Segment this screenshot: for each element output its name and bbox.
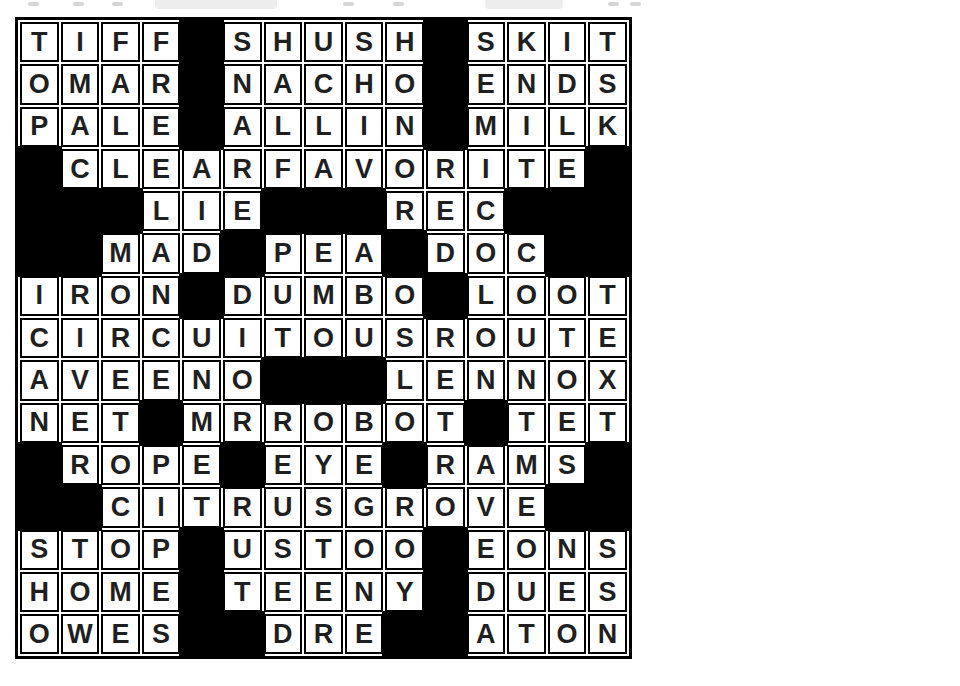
letter-cell-r11c8[interactable]: G (345, 487, 384, 527)
letter-cell-r13c7[interactable]: E (304, 572, 343, 612)
letter-cell-r12c3[interactable]: P (142, 530, 181, 570)
letter-cell-r13c1[interactable]: O (61, 572, 100, 612)
letter-cell-r1c3[interactable]: R (142, 64, 181, 104)
letter-cell-r11c5[interactable]: R (223, 487, 262, 527)
letter-cell-r6c0[interactable]: I (20, 276, 59, 316)
black-cell-r4c7 (304, 191, 343, 231)
black-cell-r5c0 (20, 233, 59, 273)
letter-cell-r6c9[interactable]: O (385, 276, 424, 316)
letter-cell-r6c1[interactable]: R (61, 276, 100, 316)
letter-cell-r12c14[interactable]: S (588, 530, 627, 570)
black-cell-r3c14 (588, 149, 627, 189)
letter-cell-r2c12[interactable]: I (507, 107, 546, 147)
letter-cell-r13c9[interactable]: Y (385, 572, 424, 612)
letter-cell-r12c1[interactable]: T (61, 530, 100, 570)
letter-cell-r7c12[interactable]: U (507, 318, 546, 358)
letter-cell-r12c6[interactable]: S (264, 530, 303, 570)
cropped-ui-artifact (28, 2, 39, 6)
letter-cell-r7c9[interactable]: S (385, 318, 424, 358)
letter-cell-r10c10[interactable]: R (426, 445, 465, 485)
letter-cell-r5c4[interactable]: D (182, 233, 221, 273)
letter-cell-r8c3[interactable]: E (142, 360, 181, 400)
letter-cell-r6c3[interactable]: N (142, 276, 181, 316)
black-cell-r13c10 (426, 572, 465, 612)
black-cell-r4c8 (345, 191, 384, 231)
letter-cell-r9c4[interactable]: M (182, 403, 221, 443)
letter-cell-r11c10[interactable]: O (426, 487, 465, 527)
letter-cell-r6c2[interactable]: O (101, 276, 140, 316)
black-cell-r8c8 (345, 360, 384, 400)
letter-cell-r9c9[interactable]: O (385, 403, 424, 443)
letter-cell-r7c4[interactable]: U (182, 318, 221, 358)
black-cell-r0c4 (182, 22, 221, 62)
cropped-top-content (0, 0, 960, 12)
letter-cell-r2c0[interactable]: P (20, 107, 59, 147)
cropped-ui-artifact (73, 2, 84, 6)
letter-cell-r4c9[interactable]: R (385, 191, 424, 231)
letter-cell-r6c6[interactable]: U (264, 276, 303, 316)
letter-cell-r3c3[interactable]: E (142, 149, 181, 189)
letter-cell-r14c11[interactable]: A (467, 614, 506, 654)
letter-cell-r8c13[interactable]: O (548, 360, 587, 400)
letter-cell-r10c1[interactable]: R (61, 445, 100, 485)
letter-cell-r6c5[interactable]: D (223, 276, 262, 316)
letter-cell-r9c5[interactable]: R (223, 403, 262, 443)
black-cell-r11c13 (548, 487, 587, 527)
letter-cell-r7c14[interactable]: E (588, 318, 627, 358)
letter-cell-r12c8[interactable]: O (345, 530, 384, 570)
letter-cell-r6c14[interactable]: T (588, 276, 627, 316)
black-cell-r10c9 (385, 445, 424, 485)
cropped-ui-artifact (608, 2, 619, 6)
letter-cell-r2c8[interactable]: I (345, 107, 384, 147)
black-cell-r5c9 (385, 233, 424, 273)
letter-cell-r0c11[interactable]: S (467, 22, 506, 62)
black-cell-r1c10 (426, 64, 465, 104)
letter-cell-r2c3[interactable]: E (142, 107, 181, 147)
black-cell-r2c10 (426, 107, 465, 147)
letter-cell-r1c14[interactable]: S (588, 64, 627, 104)
letter-cell-r12c11[interactable]: E (467, 530, 506, 570)
letter-cell-r7c7[interactable]: O (304, 318, 343, 358)
letter-cell-r7c1[interactable]: I (61, 318, 100, 358)
letter-cell-r2c5[interactable]: A (223, 107, 262, 147)
letter-cell-r2c6[interactable]: L (264, 107, 303, 147)
black-cell-r4c1 (61, 191, 100, 231)
letter-cell-r0c14[interactable]: T (588, 22, 627, 62)
letter-cell-r14c12[interactable]: T (507, 614, 546, 654)
black-cell-r0c10 (426, 22, 465, 62)
black-cell-r8c6 (264, 360, 303, 400)
letter-cell-r3c2[interactable]: L (101, 149, 140, 189)
letter-cell-r1c9[interactable]: O (385, 64, 424, 104)
letter-cell-r13c3[interactable]: E (142, 572, 181, 612)
black-cell-r4c6 (264, 191, 303, 231)
letter-cell-r3c8[interactable]: V (345, 149, 384, 189)
black-cell-r4c13 (548, 191, 587, 231)
black-cell-r5c1 (61, 233, 100, 273)
letter-cell-r3c10[interactable]: R (426, 149, 465, 189)
letter-cell-r13c2[interactable]: M (101, 572, 140, 612)
letter-cell-r13c12[interactable]: U (507, 572, 546, 612)
letter-cell-r4c4[interactable]: I (182, 191, 221, 231)
letter-cell-r1c7[interactable]: C (304, 64, 343, 104)
letter-cell-r1c12[interactable]: N (507, 64, 546, 104)
letter-cell-r1c13[interactable]: D (548, 64, 587, 104)
letter-cell-r9c0[interactable]: N (20, 403, 59, 443)
letter-cell-r5c11[interactable]: O (467, 233, 506, 273)
black-cell-r10c0 (20, 445, 59, 485)
crossword-grid: TIFFSHUSHSKITOMARNACHOENDSPALEALLINMILKC… (15, 17, 632, 659)
letter-cell-r8c10[interactable]: E (426, 360, 465, 400)
letter-cell-r7c11[interactable]: O (467, 318, 506, 358)
letter-cell-r8c4[interactable]: N (182, 360, 221, 400)
letter-cell-r4c11[interactable]: C (467, 191, 506, 231)
letter-cell-r14c0[interactable]: O (20, 614, 59, 654)
black-cell-r11c14 (588, 487, 627, 527)
black-cell-r3c0 (20, 149, 59, 189)
letter-cell-r14c13[interactable]: O (548, 614, 587, 654)
letter-cell-r2c14[interactable]: K (588, 107, 627, 147)
letter-cell-r6c13[interactable]: O (548, 276, 587, 316)
letter-cell-r7c0[interactable]: C (20, 318, 59, 358)
letter-cell-r13c14[interactable]: S (588, 572, 627, 612)
black-cell-r10c5 (223, 445, 262, 485)
cropped-ui-artifact (112, 2, 123, 6)
letter-cell-r14c14[interactable]: N (588, 614, 627, 654)
letter-cell-r14c8[interactable]: E (345, 614, 384, 654)
black-cell-r5c14 (588, 233, 627, 273)
letter-cell-r3c11[interactable]: I (467, 149, 506, 189)
letter-cell-r11c2[interactable]: C (101, 487, 140, 527)
letter-cell-r5c8[interactable]: A (345, 233, 384, 273)
letter-cell-r0c3[interactable]: F (142, 22, 181, 62)
cropped-ui-artifact (630, 2, 641, 6)
black-cell-r11c1 (61, 487, 100, 527)
letter-cell-r6c7[interactable]: M (304, 276, 343, 316)
page: TIFFSHUSHSKITOMARNACHOENDSPALEALLINMILKC… (0, 0, 960, 686)
black-cell-r5c5 (223, 233, 262, 273)
black-cell-r9c3 (142, 403, 181, 443)
letter-cell-r11c3[interactable]: I (142, 487, 181, 527)
letter-cell-r7c6[interactable]: T (264, 318, 303, 358)
letter-cell-r7c13[interactable]: T (548, 318, 587, 358)
letter-cell-r9c12[interactable]: T (507, 403, 546, 443)
letter-cell-r4c5[interactable]: E (223, 191, 262, 231)
letter-cell-r11c6[interactable]: U (264, 487, 303, 527)
letter-cell-r8c9[interactable]: L (385, 360, 424, 400)
letter-cell-r10c7[interactable]: Y (304, 445, 343, 485)
black-cell-r1c4 (182, 64, 221, 104)
letter-cell-r13c0[interactable]: H (20, 572, 59, 612)
letter-cell-r7c8[interactable]: U (345, 318, 384, 358)
black-cell-r2c4 (182, 107, 221, 147)
black-cell-r11c0 (20, 487, 59, 527)
letter-cell-r0c5[interactable]: S (223, 22, 262, 62)
letter-cell-r1c1[interactable]: M (61, 64, 100, 104)
letter-cell-r11c7[interactable]: S (304, 487, 343, 527)
letter-cell-r6c11[interactable]: L (467, 276, 506, 316)
letter-cell-r1c5[interactable]: N (223, 64, 262, 104)
letter-cell-r1c11[interactable]: E (467, 64, 506, 104)
letter-cell-r12c12[interactable]: O (507, 530, 546, 570)
letter-cell-r0c13[interactable]: I (548, 22, 587, 62)
letter-cell-r2c1[interactable]: A (61, 107, 100, 147)
letter-cell-r10c13[interactable]: S (548, 445, 587, 485)
black-cell-r14c5 (223, 614, 262, 654)
letter-cell-r9c10[interactable]: T (426, 403, 465, 443)
letter-cell-r14c6[interactable]: D (264, 614, 303, 654)
black-cell-r4c12 (507, 191, 546, 231)
letter-cell-r5c7[interactable]: E (304, 233, 343, 273)
letter-cell-r5c3[interactable]: A (142, 233, 181, 273)
letter-cell-r0c0[interactable]: T (20, 22, 59, 62)
black-cell-r8c7 (304, 360, 343, 400)
black-cell-r14c9 (385, 614, 424, 654)
letter-cell-r13c13[interactable]: E (548, 572, 587, 612)
letter-cell-r8c0[interactable]: A (20, 360, 59, 400)
black-cell-r13c4 (182, 572, 221, 612)
letter-cell-r7c10[interactable]: R (426, 318, 465, 358)
letter-cell-r4c3[interactable]: L (142, 191, 181, 231)
letter-cell-r3c13[interactable]: E (548, 149, 587, 189)
letter-cell-r2c9[interactable]: N (385, 107, 424, 147)
letter-cell-r3c1[interactable]: C (61, 149, 100, 189)
letter-cell-r3c5[interactable]: R (223, 149, 262, 189)
letter-cell-r5c2[interactable]: M (101, 233, 140, 273)
letter-cell-r5c10[interactable]: D (426, 233, 465, 273)
letter-cell-r8c5[interactable]: O (223, 360, 262, 400)
letter-cell-r8c11[interactable]: N (467, 360, 506, 400)
black-cell-r6c4 (182, 276, 221, 316)
letter-cell-r10c2[interactable]: O (101, 445, 140, 485)
letter-cell-r12c13[interactable]: N (548, 530, 587, 570)
black-cell-r10c14 (588, 445, 627, 485)
black-cell-r14c10 (426, 614, 465, 654)
cropped-ui-artifact (485, 0, 563, 9)
letter-cell-r9c6[interactable]: R (264, 403, 303, 443)
letter-cell-r9c8[interactable]: B (345, 403, 384, 443)
letter-cell-r6c8[interactable]: B (345, 276, 384, 316)
black-cell-r5c13 (548, 233, 587, 273)
letter-cell-r0c12[interactable]: K (507, 22, 546, 62)
letter-cell-r9c1[interactable]: E (61, 403, 100, 443)
letter-cell-r2c7[interactable]: L (304, 107, 343, 147)
letter-cell-r12c0[interactable]: S (20, 530, 59, 570)
letter-cell-r3c12[interactable]: T (507, 149, 546, 189)
letter-cell-r2c13[interactable]: L (548, 107, 587, 147)
letter-cell-r12c7[interactable]: T (304, 530, 343, 570)
letter-cell-r3c4[interactable]: A (182, 149, 221, 189)
letter-cell-r13c11[interactable]: D (467, 572, 506, 612)
letter-cell-r10c11[interactable]: A (467, 445, 506, 485)
letter-cell-r6c12[interactable]: O (507, 276, 546, 316)
letter-cell-r13c8[interactable]: N (345, 572, 384, 612)
letter-cell-r14c7[interactable]: R (304, 614, 343, 654)
letter-cell-r11c12[interactable]: E (507, 487, 546, 527)
black-cell-r12c4 (182, 530, 221, 570)
black-cell-r14c4 (182, 614, 221, 654)
letter-cell-r0c9[interactable]: H (385, 22, 424, 62)
letter-cell-r12c5[interactable]: U (223, 530, 262, 570)
letter-cell-r9c7[interactable]: O (304, 403, 343, 443)
letter-cell-r7c5[interactable]: I (223, 318, 262, 358)
letter-cell-r1c2[interactable]: A (101, 64, 140, 104)
letter-cell-r14c3[interactable]: S (142, 614, 181, 654)
letter-cell-r9c2[interactable]: T (101, 403, 140, 443)
letter-cell-r10c3[interactable]: P (142, 445, 181, 485)
letter-cell-r11c9[interactable]: R (385, 487, 424, 527)
letter-cell-r3c6[interactable]: F (264, 149, 303, 189)
black-cell-r12c10 (426, 530, 465, 570)
letter-cell-r10c4[interactable]: E (182, 445, 221, 485)
cropped-ui-artifact (155, 0, 277, 9)
letter-cell-r13c6[interactable]: E (264, 572, 303, 612)
letter-cell-r8c12[interactable]: N (507, 360, 546, 400)
letter-cell-r2c2[interactable]: L (101, 107, 140, 147)
letter-cell-r9c13[interactable]: E (548, 403, 587, 443)
letter-cell-r8c14[interactable]: X (588, 360, 627, 400)
letter-cell-r2c11[interactable]: M (467, 107, 506, 147)
letter-cell-r10c8[interactable]: E (345, 445, 384, 485)
letter-cell-r14c2[interactable]: E (101, 614, 140, 654)
black-cell-r6c10 (426, 276, 465, 316)
black-cell-r4c14 (588, 191, 627, 231)
letter-cell-r11c11[interactable]: V (467, 487, 506, 527)
letter-cell-r4c10[interactable]: E (426, 191, 465, 231)
letter-cell-r8c1[interactable]: V (61, 360, 100, 400)
letter-cell-r9c14[interactable]: T (588, 403, 627, 443)
letter-cell-r1c0[interactable]: O (20, 64, 59, 104)
letter-cell-r12c2[interactable]: O (101, 530, 140, 570)
cropped-ui-artifact (393, 2, 404, 6)
letter-cell-r0c6[interactable]: H (264, 22, 303, 62)
letter-cell-r10c12[interactable]: M (507, 445, 546, 485)
letter-cell-r11c4[interactable]: T (182, 487, 221, 527)
letter-cell-r12c9[interactable]: O (385, 530, 424, 570)
letter-cell-r0c1[interactable]: I (61, 22, 100, 62)
letter-cell-r13c5[interactable]: T (223, 572, 262, 612)
letter-cell-r0c2[interactable]: F (101, 22, 140, 62)
letter-cell-r5c6[interactable]: P (264, 233, 303, 273)
letter-cell-r3c9[interactable]: O (385, 149, 424, 189)
black-cell-r9c11 (467, 403, 506, 443)
letter-cell-r1c6[interactable]: A (264, 64, 303, 104)
letter-cell-r1c8[interactable]: H (345, 64, 384, 104)
letter-cell-r7c2[interactable]: R (101, 318, 140, 358)
letter-cell-r14c1[interactable]: W (61, 614, 100, 654)
letter-cell-r0c8[interactable]: S (345, 22, 384, 62)
cropped-ui-artifact (343, 2, 354, 6)
letter-cell-r0c7[interactable]: U (304, 22, 343, 62)
letter-cell-r5c12[interactable]: C (507, 233, 546, 273)
letter-cell-r8c2[interactable]: E (101, 360, 140, 400)
letter-cell-r7c3[interactable]: C (142, 318, 181, 358)
black-cell-r4c0 (20, 191, 59, 231)
letter-cell-r10c6[interactable]: E (264, 445, 303, 485)
letter-cell-r3c7[interactable]: A (304, 149, 343, 189)
black-cell-r4c2 (101, 191, 140, 231)
